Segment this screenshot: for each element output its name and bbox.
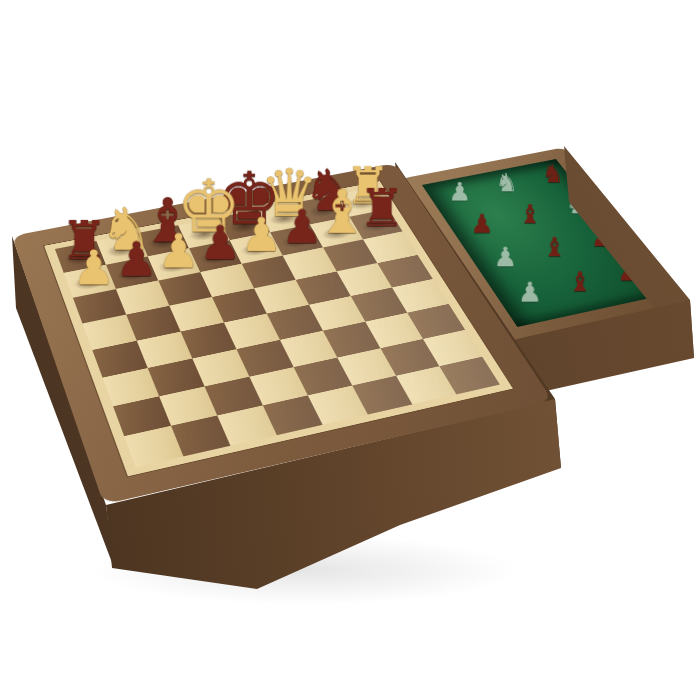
piece-light-p: ♟ — [240, 211, 282, 258]
piece-light-b: ♝ — [315, 182, 369, 242]
piece-light-p: ♟ — [72, 244, 115, 292]
chess-board: ♜♞♝♚♚♛♞♜♟♟♟♟♟♟♝♜ — [55, 187, 500, 467]
piece-light-p: ♟ — [157, 227, 199, 274]
chess-box-top: ♜♞♝♚♚♛♞♜♟♟♟♟♟♟♝♜ — [12, 163, 553, 504]
piece-dark-p: ♟ — [115, 235, 158, 283]
piece-dark-p: ♟ — [281, 203, 323, 249]
chess-set-product-photo: ♟♞♞♟♝♞♟♝♟♟♝♟ ♜♞♝♚♚♛♞♜♟♟♟♟♟♟♝♜ — [0, 0, 700, 700]
board-scene: ♜♞♝♚♚♛♞♜♟♟♟♟♟♟♝♜ — [12, 236, 13, 237]
piece-dark-p: ♟ — [199, 219, 241, 266]
board-3d-stage: ♜♞♝♚♚♛♞♜♟♟♟♟♟♟♝♜ — [0, 0, 700, 700]
